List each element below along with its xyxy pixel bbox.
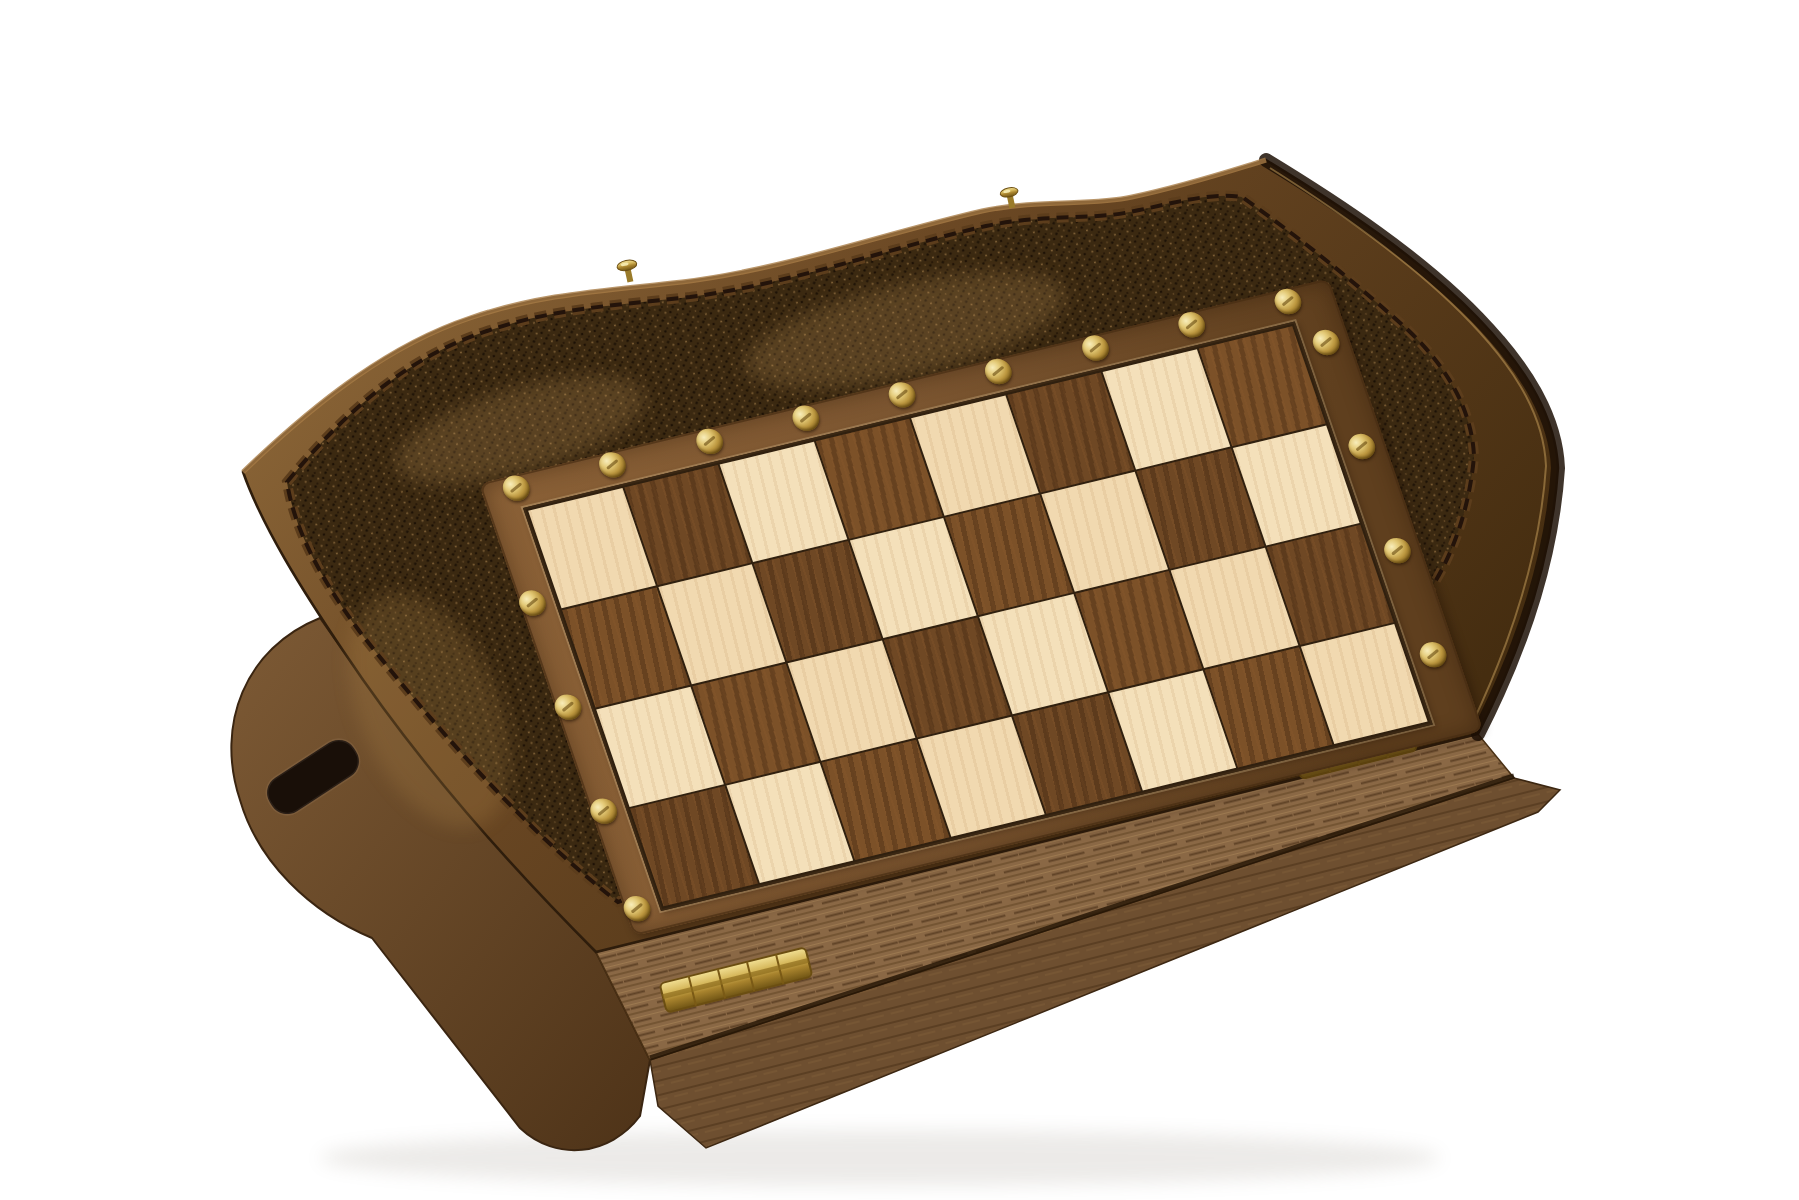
latch-knob-icon[interactable] [616,258,640,284]
product-photo-stage [0,0,1799,1200]
ground-shadow [320,1130,1440,1186]
